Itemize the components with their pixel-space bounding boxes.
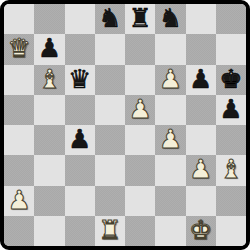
square-e2[interactable] bbox=[125, 186, 155, 216]
square-a3[interactable] bbox=[4, 155, 34, 185]
white-pawn[interactable]: ♟ bbox=[159, 126, 182, 152]
square-h3[interactable]: ♝ bbox=[216, 155, 246, 185]
square-f7[interactable] bbox=[155, 34, 185, 64]
square-c3[interactable] bbox=[65, 155, 95, 185]
square-g4[interactable] bbox=[186, 125, 216, 155]
square-e6[interactable] bbox=[125, 65, 155, 95]
square-d7[interactable] bbox=[95, 34, 125, 64]
square-d3[interactable] bbox=[95, 155, 125, 185]
white-bishop[interactable]: ♝ bbox=[219, 156, 242, 182]
square-b1[interactable] bbox=[34, 216, 64, 246]
white-queen[interactable]: ♛ bbox=[7, 35, 30, 61]
black-queen[interactable]: ♛ bbox=[68, 66, 91, 92]
square-e4[interactable] bbox=[125, 125, 155, 155]
square-f8[interactable]: ♞ bbox=[155, 4, 185, 34]
square-h2[interactable] bbox=[216, 186, 246, 216]
square-g6[interactable]: ♟ bbox=[186, 65, 216, 95]
white-pawn[interactable]: ♟ bbox=[189, 156, 212, 182]
square-b8[interactable] bbox=[34, 4, 64, 34]
square-c7[interactable] bbox=[65, 34, 95, 64]
square-b2[interactable] bbox=[34, 186, 64, 216]
square-a7[interactable]: ♛ bbox=[4, 34, 34, 64]
square-e3[interactable] bbox=[125, 155, 155, 185]
square-g8[interactable] bbox=[186, 4, 216, 34]
square-a2[interactable]: ♟ bbox=[4, 186, 34, 216]
square-c6[interactable]: ♛ bbox=[65, 65, 95, 95]
square-c2[interactable] bbox=[65, 186, 95, 216]
square-f2[interactable] bbox=[155, 186, 185, 216]
black-pawn[interactable]: ♟ bbox=[219, 96, 242, 122]
square-b3[interactable] bbox=[34, 155, 64, 185]
square-f6[interactable]: ♟ bbox=[155, 65, 185, 95]
black-king[interactable]: ♚ bbox=[219, 66, 242, 92]
square-a5[interactable] bbox=[4, 95, 34, 125]
square-a6[interactable] bbox=[4, 65, 34, 95]
square-g5[interactable] bbox=[186, 95, 216, 125]
square-e5[interactable]: ♟ bbox=[125, 95, 155, 125]
square-b7[interactable]: ♟ bbox=[34, 34, 64, 64]
square-b5[interactable] bbox=[34, 95, 64, 125]
square-h4[interactable] bbox=[216, 125, 246, 155]
square-a4[interactable] bbox=[4, 125, 34, 155]
white-pawn[interactable]: ♟ bbox=[7, 187, 30, 213]
square-e1[interactable] bbox=[125, 216, 155, 246]
black-rook[interactable]: ♜ bbox=[128, 5, 151, 31]
square-d1[interactable]: ♜ bbox=[95, 216, 125, 246]
white-bishop[interactable]: ♝ bbox=[38, 66, 61, 92]
square-h6[interactable]: ♚ bbox=[216, 65, 246, 95]
black-knight[interactable]: ♞ bbox=[159, 5, 182, 31]
black-pawn[interactable]: ♟ bbox=[68, 126, 91, 152]
square-g7[interactable] bbox=[186, 34, 216, 64]
square-g1[interactable]: ♚ bbox=[186, 216, 216, 246]
square-h1[interactable] bbox=[216, 216, 246, 246]
black-pawn[interactable]: ♟ bbox=[189, 66, 212, 92]
square-d5[interactable] bbox=[95, 95, 125, 125]
square-d4[interactable] bbox=[95, 125, 125, 155]
square-g3[interactable]: ♟ bbox=[186, 155, 216, 185]
square-d8[interactable]: ♞ bbox=[95, 4, 125, 34]
square-c4[interactable]: ♟ bbox=[65, 125, 95, 155]
square-c8[interactable] bbox=[65, 4, 95, 34]
square-b6[interactable]: ♝ bbox=[34, 65, 64, 95]
square-h8[interactable] bbox=[216, 4, 246, 34]
white-rook[interactable]: ♜ bbox=[98, 217, 121, 243]
square-b4[interactable] bbox=[34, 125, 64, 155]
square-g2[interactable] bbox=[186, 186, 216, 216]
square-d6[interactable] bbox=[95, 65, 125, 95]
white-pawn[interactable]: ♟ bbox=[159, 66, 182, 92]
square-e8[interactable]: ♜ bbox=[125, 4, 155, 34]
square-e7[interactable] bbox=[125, 34, 155, 64]
square-a1[interactable] bbox=[4, 216, 34, 246]
black-pawn[interactable]: ♟ bbox=[38, 35, 61, 61]
white-pawn[interactable]: ♟ bbox=[128, 96, 151, 122]
square-f5[interactable] bbox=[155, 95, 185, 125]
square-f4[interactable]: ♟ bbox=[155, 125, 185, 155]
square-h5[interactable]: ♟ bbox=[216, 95, 246, 125]
chess-board: ♞♜♞♛♟♝♛♟♟♚♟♟♟♟♟♝♟♜♚ bbox=[0, 0, 250, 250]
black-knight[interactable]: ♞ bbox=[98, 5, 121, 31]
square-a8[interactable] bbox=[4, 4, 34, 34]
square-f3[interactable] bbox=[155, 155, 185, 185]
board-grid: ♞♜♞♛♟♝♛♟♟♚♟♟♟♟♟♝♟♜♚ bbox=[4, 4, 246, 246]
white-king[interactable]: ♚ bbox=[189, 217, 212, 243]
square-c5[interactable] bbox=[65, 95, 95, 125]
square-d2[interactable] bbox=[95, 186, 125, 216]
square-f1[interactable] bbox=[155, 216, 185, 246]
square-c1[interactable] bbox=[65, 216, 95, 246]
square-h7[interactable] bbox=[216, 34, 246, 64]
